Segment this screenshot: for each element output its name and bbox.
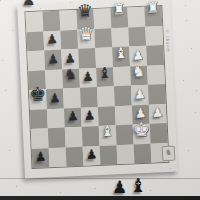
board-cell — [117, 144, 135, 164]
board-cell: ♜ — [144, 6, 162, 26]
board-cell: ♝ — [99, 125, 117, 145]
board-cell — [45, 69, 63, 89]
board-cell: ♟ — [83, 145, 101, 165]
black-queen: ♛ — [77, 1, 94, 20]
board-cell — [80, 87, 98, 107]
board-cell — [93, 8, 111, 28]
board-cell — [26, 31, 44, 51]
board-grid: ♛♜♜♟♛♟♟♝♟♞♟♝♞♚♟♟♟♟♟♟♝♚♟♟ — [24, 5, 169, 169]
board-cell: ♟ — [43, 30, 61, 50]
board-cell — [25, 11, 43, 31]
board-cell — [31, 128, 49, 148]
board-cell: ♚ — [29, 89, 47, 109]
board-cell — [114, 85, 132, 105]
board-cell — [94, 28, 112, 48]
board-cell — [63, 88, 81, 108]
board-cell: ♝ — [112, 47, 130, 67]
board-cell — [147, 64, 165, 84]
white-bishop: ♝ — [114, 46, 128, 62]
board-cell: ♚ — [133, 124, 151, 144]
black-pawn: ♟ — [34, 150, 46, 164]
border-mark: · — [58, 171, 59, 176]
white-knight: ♞ — [132, 64, 146, 80]
border-mark: · — [76, 170, 77, 175]
border-mark: · — [41, 172, 42, 177]
captured-black-pawn: ♟ — [22, 0, 35, 8]
border-mark: · — [127, 168, 128, 173]
board-cell — [128, 26, 146, 46]
board-cell — [97, 86, 115, 106]
board-cell: ♟ — [79, 68, 97, 88]
chess-board: ♛♜♜♟♛♟♟♝♟♞♟♝♞♚♟♟♟♟♟♟♝♚♟♟ © Chavet ♞ ····… — [17, 0, 178, 178]
board-cell: ♟ — [131, 85, 149, 105]
board-brand-text: © Chavet — [165, 29, 171, 53]
captured-black-pawn: ♟ — [112, 179, 127, 196]
board-cell — [42, 11, 60, 31]
white-rook: ♜ — [112, 2, 126, 18]
board-logo: ♞ — [162, 146, 176, 162]
black-pawn: ♟ — [64, 51, 76, 65]
black-knight: ♞ — [64, 67, 78, 83]
board-cell: ♟ — [61, 49, 79, 69]
board-cell: ♟ — [129, 46, 147, 66]
board-cell: ♟ — [149, 103, 167, 123]
board-cell — [145, 25, 163, 45]
board-cell — [30, 109, 48, 129]
board-cell: ♛ — [76, 9, 94, 29]
black-pawn: ♟ — [47, 52, 59, 66]
white-pawn: ♟ — [132, 48, 144, 62]
chess-photo: ♛♜♜♟♛♟♟♝♟♞♟♝♞♚♟♟♟♟♟♟♝♚♟♟ © Chavet ♞ ····… — [0, 0, 200, 200]
border-mark: · — [110, 169, 111, 174]
board-cell: ♝ — [96, 67, 114, 87]
board-cell: ♟ — [64, 107, 82, 127]
black-pawn: ♟ — [84, 109, 96, 123]
black-pawn: ♟ — [82, 70, 94, 84]
black-pawn: ♟ — [49, 91, 61, 105]
board-cell: ♟ — [81, 107, 99, 127]
border-mark: · — [93, 170, 94, 175]
white-bishop: ♝ — [100, 123, 114, 139]
board-cell — [59, 10, 77, 30]
board-cell — [60, 29, 78, 49]
white-rook: ♜ — [146, 0, 160, 16]
board-cell — [47, 108, 65, 128]
border-mark: · — [144, 167, 145, 172]
board-cell: ♟ — [44, 50, 62, 70]
board-cell: ♞ — [62, 68, 80, 88]
board-cell: ♟ — [32, 148, 50, 168]
board-cell — [48, 128, 66, 148]
board-cell — [127, 7, 145, 27]
board-cell — [100, 145, 118, 165]
board-cell — [115, 105, 133, 125]
board-cell — [95, 47, 113, 67]
board-cell — [111, 27, 129, 47]
board-cell: ♞ — [130, 65, 148, 85]
board-cell: ♜ — [110, 8, 128, 28]
black-pawn: ♟ — [67, 110, 79, 124]
board-cell — [98, 106, 116, 126]
board-cell: ♟ — [132, 104, 150, 124]
captured-black-bishop: ♝ — [130, 176, 147, 195]
border-mark: · — [161, 166, 162, 171]
black-pawn: ♟ — [85, 148, 97, 162]
black-pawn: ♟ — [46, 32, 58, 46]
white-pawn: ♟ — [152, 106, 164, 120]
board-cell — [78, 48, 96, 68]
black-bishop: ♝ — [98, 66, 112, 82]
board-cell — [113, 66, 131, 86]
board-cell — [148, 84, 166, 104]
board-cell — [65, 127, 83, 147]
board-cell — [134, 143, 152, 163]
board-cell: ♟ — [46, 89, 64, 109]
white-pawn: ♟ — [134, 87, 146, 101]
board-cell — [146, 45, 164, 65]
board-cell — [66, 146, 84, 166]
board-cell — [150, 123, 168, 143]
board-cell — [28, 70, 46, 90]
photo-edge-band — [0, 196, 200, 200]
white-pawn: ♟ — [135, 107, 147, 121]
board-cell — [116, 124, 134, 144]
board-cell — [82, 126, 100, 146]
board-cell: ♛ — [77, 29, 95, 49]
board-cell — [49, 147, 67, 167]
board-cell — [27, 50, 45, 70]
